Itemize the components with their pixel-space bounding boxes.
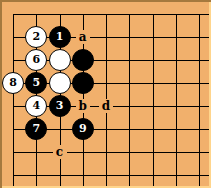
stone-black-1: 1 [49, 26, 71, 48]
point-marker-d: d [99, 99, 113, 113]
grid-line-horizontal [13, 152, 209, 153]
grid-line-vertical [153, 14, 154, 186]
stone-white [49, 72, 71, 94]
stone-white [49, 49, 71, 71]
point-marker-a: a [76, 30, 90, 44]
point-marker-b: b [76, 99, 90, 113]
grid-line-vertical [176, 14, 177, 186]
stone-black-9: 9 [72, 118, 94, 140]
stone-white-8: 8 [2, 72, 24, 94]
grid-line-horizontal [13, 14, 209, 15]
stone-black [72, 49, 94, 71]
grid-line-vertical [13, 14, 14, 186]
stone-black-7: 7 [25, 118, 47, 140]
stone-black-3: 3 [49, 95, 71, 117]
stone-white-2: 2 [25, 26, 47, 48]
stone-white-4: 4 [25, 95, 47, 117]
stone-white-6: 6 [25, 49, 47, 71]
grid-line-vertical [129, 14, 130, 186]
go-board-diagram: abdc216854379 [0, 0, 211, 188]
grid-line-horizontal [13, 175, 209, 176]
point-marker-c: c [53, 145, 67, 159]
grid-line-vertical [199, 14, 200, 186]
stone-black [72, 72, 94, 94]
stone-black-5: 5 [25, 72, 47, 94]
